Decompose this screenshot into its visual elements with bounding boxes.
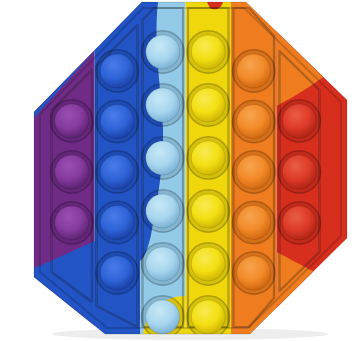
bubble-red-2[interactable] [278,151,320,193]
bubble-yellow-5[interactable] [187,243,229,285]
bubble-sky-blue-1[interactable] [142,31,184,73]
toy-body [0,0,354,341]
bubble-orange-1[interactable] [233,50,275,92]
bubble-yellow-4[interactable] [187,190,229,232]
bubble-yellow-6[interactable] [187,296,229,338]
bubble-orange-5[interactable] [233,252,275,294]
bubble-sky-blue-2[interactable] [142,84,184,126]
bubble-yellow-1[interactable] [187,31,229,73]
pop-it-toy [0,0,354,341]
bubble-blue-1[interactable] [96,50,138,92]
bubble-blue-3[interactable] [96,151,138,193]
bubble-orange-3[interactable] [233,151,275,193]
bubble-purple-3[interactable] [51,202,93,244]
bubble-blue-2[interactable] [96,100,138,142]
bubble-yellow-2[interactable] [187,84,229,126]
bubble-blue-5[interactable] [96,252,138,294]
bubble-purple-2[interactable] [51,151,93,193]
bubble-orange-2[interactable] [233,100,275,142]
pop-it-board [0,0,354,341]
bubble-purple-1[interactable] [51,100,93,142]
bubble-yellow-3[interactable] [187,137,229,179]
bubble-sky-blue-3[interactable] [142,137,184,179]
bubble-sky-blue-6[interactable] [142,296,184,338]
bubble-sky-blue-4[interactable] [142,190,184,232]
bubble-orange-4[interactable] [233,201,275,243]
bubble-sky-blue-5[interactable] [142,243,184,285]
bubble-red-3[interactable] [278,202,320,244]
bubble-blue-4[interactable] [96,201,138,243]
bubble-red-1[interactable] [278,100,320,142]
